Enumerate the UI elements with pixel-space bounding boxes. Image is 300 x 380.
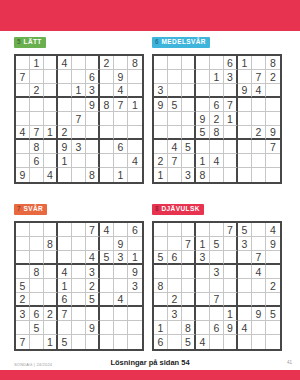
sudoku-cell — [238, 168, 252, 182]
sudoku-grid-djavulsk: 754715395637348227319518694654 — [152, 221, 282, 351]
sudoku-cell — [128, 70, 142, 84]
sudoku-cell: 4 — [44, 168, 58, 182]
sudoku-cell: 2 — [30, 84, 44, 98]
sudoku-cell — [266, 168, 280, 182]
sudoku-cell — [168, 279, 182, 293]
sudoku-cell — [252, 154, 266, 168]
sudoku-cell: 1 — [72, 84, 86, 98]
sudoku-cell — [196, 307, 210, 321]
sudoku-cell: 7 — [58, 307, 72, 321]
sudoku-cell — [154, 56, 168, 70]
sudoku-cell — [168, 84, 182, 98]
sudoku-cell — [44, 223, 58, 237]
sudoku-cell: 7 — [224, 223, 238, 237]
sudoku-cell — [154, 307, 168, 321]
badge-latt: 5 LÄTT — [14, 37, 46, 48]
sudoku-cell: 7 — [16, 335, 30, 349]
badge-svar: 7 SVÅR — [14, 204, 47, 215]
sudoku-cell — [266, 112, 280, 126]
sudoku-cell — [72, 293, 86, 307]
sudoku-cell: 8 — [30, 140, 44, 154]
sudoku-cell — [182, 251, 196, 265]
badge-latt-label: LÄTT — [24, 39, 42, 46]
sudoku-cell: 1 — [210, 70, 224, 84]
sudoku-cell — [252, 223, 266, 237]
sudoku-cell — [128, 168, 142, 182]
sudoku-cell — [58, 84, 72, 98]
sudoku-cell — [266, 154, 280, 168]
sudoku-cell: 5 — [100, 251, 114, 265]
sudoku-cell — [224, 154, 238, 168]
badge-svar-number: 7 — [17, 206, 21, 213]
sudoku-cell — [72, 237, 86, 251]
sudoku-cell — [72, 154, 86, 168]
sudoku-cell — [252, 168, 266, 182]
sudoku-cell: 9 — [252, 307, 266, 321]
sudoku-cell — [114, 321, 128, 335]
sudoku-cell: 2 — [16, 293, 30, 307]
sudoku-cell — [252, 140, 266, 154]
sudoku-cell — [30, 279, 44, 293]
sudoku-cell — [100, 279, 114, 293]
sudoku-cell: 1 — [224, 307, 238, 321]
sudoku-cell — [252, 335, 266, 349]
sudoku-cell: 6 — [154, 335, 168, 349]
sudoku-cell: 7 — [252, 70, 266, 84]
sudoku-cell — [196, 279, 210, 293]
sudoku-cell — [16, 265, 30, 279]
sudoku-cell — [238, 112, 252, 126]
sudoku-cell: 4 — [58, 265, 72, 279]
sudoku-cell — [266, 293, 280, 307]
sudoku-cell — [100, 126, 114, 140]
sudoku-cell — [182, 307, 196, 321]
sudoku-cell — [128, 293, 142, 307]
sudoku-cell — [72, 168, 86, 182]
sudoku-cell — [154, 70, 168, 84]
sudoku-cell: 7 — [182, 237, 196, 251]
sudoku-cell — [16, 321, 30, 335]
sudoku-cell — [196, 321, 210, 335]
sudoku-cell — [182, 56, 196, 70]
sudoku-cell: 4 — [238, 321, 252, 335]
sudoku-cell — [210, 56, 224, 70]
sudoku-cell — [238, 251, 252, 265]
sudoku-cell: 2 — [86, 279, 100, 293]
sudoku-cell: 9 — [58, 140, 72, 154]
sudoku-cell: 3 — [86, 84, 100, 98]
sudoku-cell — [44, 56, 58, 70]
sudoku-cell — [168, 112, 182, 126]
sudoku-cell — [154, 112, 168, 126]
sudoku-cell — [114, 223, 128, 237]
sudoku-cell: 7 — [16, 70, 30, 84]
sudoku-cell — [86, 307, 100, 321]
sudoku-cell — [72, 335, 86, 349]
top-red-bar — [0, 0, 300, 31]
sudoku-cell: 7 — [114, 98, 128, 112]
sudoku-cell — [72, 70, 86, 84]
sudoku-cell — [72, 126, 86, 140]
sudoku-cell — [196, 56, 210, 70]
sudoku-cell: 5 — [182, 335, 196, 349]
sudoku-cell — [210, 279, 224, 293]
sudoku-cell — [44, 321, 58, 335]
sudoku-cell — [266, 98, 280, 112]
sudoku-cell — [182, 126, 196, 140]
sudoku-cell: 9 — [86, 98, 100, 112]
sudoku-cell: 5 — [58, 335, 72, 349]
badge-svar-label: SVÅR — [24, 206, 44, 213]
sudoku-cell: 8 — [128, 56, 142, 70]
sudoku-cell — [30, 237, 44, 251]
sudoku-cell: 5 — [16, 279, 30, 293]
sudoku-cell — [114, 279, 128, 293]
sudoku-cell: 7 — [168, 154, 182, 168]
sudoku-cell — [168, 237, 182, 251]
sudoku-cell — [154, 293, 168, 307]
sudoku-cell: 7 — [72, 112, 86, 126]
sudoku-cell: 5 — [182, 140, 196, 154]
sudoku-cell: 7 — [252, 251, 266, 265]
sudoku-cell: 4 — [114, 84, 128, 98]
sudoku-cell: 5 — [266, 307, 280, 321]
sudoku-cell — [16, 98, 30, 112]
sudoku-cell — [100, 154, 114, 168]
sudoku-cell — [114, 112, 128, 126]
sudoku-cell: 7 — [86, 223, 100, 237]
sudoku-cell: 3 — [224, 70, 238, 84]
sudoku-cell — [16, 112, 30, 126]
sudoku-cell — [86, 140, 100, 154]
sudoku-cell: 6 — [30, 307, 44, 321]
sudoku-cell — [210, 251, 224, 265]
sudoku-cell — [182, 84, 196, 98]
sudoku-cell: 1 — [44, 126, 58, 140]
sudoku-cell: 3 — [168, 307, 182, 321]
sudoku-cell — [168, 126, 182, 140]
sudoku-cell — [114, 335, 128, 349]
sudoku-cell — [238, 70, 252, 84]
sudoku-cell — [224, 237, 238, 251]
sudoku-cell: 7 — [210, 293, 224, 307]
sudoku-cell: 2 — [100, 56, 114, 70]
sudoku-cell — [238, 126, 252, 140]
sudoku-cell — [44, 265, 58, 279]
sudoku-cell — [44, 112, 58, 126]
sudoku-cell: 3 — [182, 168, 196, 182]
sudoku-cell — [44, 154, 58, 168]
sudoku-cell: 6 — [114, 140, 128, 154]
footer-solutions-text: Lösningar på sidan 54 — [0, 358, 300, 367]
sudoku-cell: 4 — [100, 223, 114, 237]
sudoku-cell — [154, 237, 168, 251]
badge-medelsvar-label: MEDELSVÅR — [162, 39, 206, 46]
sudoku-cell: 9 — [224, 321, 238, 335]
sudoku-cell: 4 — [86, 251, 100, 265]
sudoku-cell: 2 — [266, 70, 280, 84]
sudoku-cell — [44, 251, 58, 265]
sudoku-cell: 1 — [224, 112, 238, 126]
sudoku-cell: 1 — [128, 98, 142, 112]
sudoku-cell: 5 — [238, 223, 252, 237]
sudoku-cell — [224, 335, 238, 349]
sudoku-cell — [100, 265, 114, 279]
sudoku-cell: 3 — [16, 307, 30, 321]
sudoku-cell — [100, 307, 114, 321]
sudoku-cell — [154, 126, 168, 140]
sudoku-cell — [86, 237, 100, 251]
sudoku-cell: 8 — [196, 168, 210, 182]
sudoku-cell — [168, 70, 182, 84]
sudoku-cell: 4 — [196, 335, 210, 349]
sudoku-cell — [128, 112, 142, 126]
sudoku-cell — [196, 140, 210, 154]
badge-djavulsk-number: 8 — [155, 206, 159, 213]
sudoku-cell — [266, 251, 280, 265]
sudoku-cell — [224, 251, 238, 265]
sudoku-cell: 3 — [196, 251, 210, 265]
sudoku-cell: 2 — [58, 126, 72, 140]
sudoku-cell: 9 — [114, 70, 128, 84]
sudoku-cell — [238, 98, 252, 112]
sudoku-cell — [58, 223, 72, 237]
sudoku-cell — [128, 140, 142, 154]
sudoku-cell — [44, 279, 58, 293]
sudoku-cell — [238, 154, 252, 168]
sudoku-cell: 8 — [210, 126, 224, 140]
sudoku-cell — [100, 168, 114, 182]
sudoku-cell: 8 — [266, 56, 280, 70]
sudoku-cell — [238, 335, 252, 349]
sudoku-cell — [224, 168, 238, 182]
sudoku-cell: 6 — [30, 154, 44, 168]
sudoku-cell — [224, 265, 238, 279]
sudoku-cell — [16, 140, 30, 154]
sudoku-cell: 3 — [114, 251, 128, 265]
sudoku-cell: 1 — [154, 321, 168, 335]
sudoku-cell — [30, 112, 44, 126]
sudoku-cell: 7 — [224, 98, 238, 112]
sudoku-cell — [128, 126, 142, 140]
sudoku-cell — [182, 265, 196, 279]
sudoku-cell — [210, 84, 224, 98]
sudoku-cell: 3 — [238, 237, 252, 251]
sudoku-cell: 6 — [128, 223, 142, 237]
sudoku-cell: 1 — [238, 56, 252, 70]
sudoku-cell — [114, 126, 128, 140]
sudoku-cell — [154, 223, 168, 237]
sudoku-cell: 6 — [224, 56, 238, 70]
sudoku-cell — [266, 335, 280, 349]
sudoku-cell — [128, 321, 142, 335]
sudoku-cell — [58, 321, 72, 335]
sudoku-cell — [128, 307, 142, 321]
sudoku-cell — [252, 237, 266, 251]
sudoku-cell: 1 — [154, 168, 168, 182]
sudoku-cell — [168, 168, 182, 182]
badge-latt-number: 5 — [17, 39, 21, 46]
badge-medelsvar-number: 6 — [155, 39, 159, 46]
sudoku-cell — [72, 251, 86, 265]
badge-djavulsk: 8 DJÄVULSK — [152, 204, 204, 215]
sudoku-cell: 5 — [30, 321, 44, 335]
bottom-red-bar — [0, 370, 300, 380]
sudoku-cell: 3 — [154, 84, 168, 98]
sudoku-cell: 5 — [154, 251, 168, 265]
sudoku-cell — [100, 84, 114, 98]
sudoku-cell: 9 — [154, 98, 168, 112]
sudoku-cell — [58, 70, 72, 84]
sudoku-cell — [72, 265, 86, 279]
sudoku-cell — [44, 70, 58, 84]
sudoku-cell: 2 — [252, 126, 266, 140]
sudoku-cell — [30, 251, 44, 265]
sudoku-cell — [182, 112, 196, 126]
sudoku-cell — [196, 265, 210, 279]
sudoku-cell — [72, 307, 86, 321]
sudoku-cell: 5 — [196, 126, 210, 140]
sudoku-cell: 7 — [266, 140, 280, 154]
sudoku-cell — [154, 265, 168, 279]
sudoku-cell — [44, 140, 58, 154]
sudoku-cell — [210, 140, 224, 154]
sudoku-cell — [252, 56, 266, 70]
sudoku-cell: 4 — [210, 154, 224, 168]
sudoku-cell: 8 — [154, 279, 168, 293]
sudoku-cell — [86, 112, 100, 126]
sudoku-cell: 1 — [44, 335, 58, 349]
sudoku-cell — [266, 265, 280, 279]
sudoku-cell: 1 — [114, 168, 128, 182]
sudoku-cell: 9 — [196, 112, 210, 126]
sudoku-cell: 2 — [266, 279, 280, 293]
badge-medelsvar: 6 MEDELSVÅR — [152, 37, 210, 48]
sudoku-cell: 8 — [30, 265, 44, 279]
sudoku-cell — [210, 335, 224, 349]
sudoku-cell: 8 — [44, 237, 58, 251]
sudoku-cell — [196, 293, 210, 307]
sudoku-cell: 2 — [168, 293, 182, 307]
sudoku-cell — [58, 168, 72, 182]
sudoku-cell — [252, 321, 266, 335]
sudoku-cell: 5 — [86, 293, 100, 307]
sudoku-cell — [266, 84, 280, 98]
sudoku-cell — [128, 237, 142, 251]
sudoku-cell — [210, 223, 224, 237]
sudoku-cell — [196, 223, 210, 237]
sudoku-cell — [72, 279, 86, 293]
sudoku-cell — [224, 279, 238, 293]
sudoku-cell — [224, 84, 238, 98]
sudoku-cell — [16, 251, 30, 265]
sudoku-cell — [238, 140, 252, 154]
sudoku-cell: 6 — [58, 293, 72, 307]
sudoku-cell: 9 — [128, 265, 142, 279]
sudoku-cell — [196, 98, 210, 112]
sudoku-cell: 4 — [114, 293, 128, 307]
sudoku-cell: 1 — [58, 279, 72, 293]
sudoku-cell — [252, 112, 266, 126]
sudoku-cell — [196, 84, 210, 98]
sudoku-cell — [58, 98, 72, 112]
sudoku-cell — [114, 56, 128, 70]
sudoku-cell: 6 — [210, 98, 224, 112]
sudoku-cell: 8 — [100, 98, 114, 112]
sudoku-cell: 6 — [168, 251, 182, 265]
sudoku-cell — [86, 154, 100, 168]
sudoku-cell — [16, 154, 30, 168]
sudoku-cell: 7 — [30, 126, 44, 140]
sudoku-cell — [128, 335, 142, 349]
sudoku-cell — [128, 84, 142, 98]
sudoku-cell: 6 — [210, 321, 224, 335]
sudoku-cell — [58, 251, 72, 265]
sudoku-cell — [100, 140, 114, 154]
sudoku-cell — [252, 293, 266, 307]
sudoku-cell: 4 — [252, 84, 266, 98]
sudoku-cell — [224, 140, 238, 154]
sudoku-cell — [30, 293, 44, 307]
sudoku-cell — [114, 154, 128, 168]
sudoku-cell — [196, 70, 210, 84]
sudoku-cell — [100, 237, 114, 251]
sudoku-cell: 2 — [44, 307, 58, 321]
sudoku-cell: 9 — [238, 84, 252, 98]
sudoku-cell — [238, 279, 252, 293]
sudoku-cell — [182, 154, 196, 168]
sudoku-cell — [168, 321, 182, 335]
sudoku-cell: 2 — [210, 112, 224, 126]
sudoku-cell — [238, 307, 252, 321]
sudoku-cell: 3 — [128, 279, 142, 293]
sudoku-cell: 9 — [266, 126, 280, 140]
sudoku-cell: 9 — [16, 168, 30, 182]
sudoku-cell — [168, 56, 182, 70]
sudoku-cell — [86, 126, 100, 140]
sudoku-cell: 1 — [196, 237, 210, 251]
sudoku-cell — [16, 56, 30, 70]
sudoku-grid-medelsvar: 6181372394956792158294572714138 — [152, 54, 282, 184]
sudoku-cell — [210, 168, 224, 182]
sudoku-cell — [44, 84, 58, 98]
sudoku-cell: 9 — [86, 321, 100, 335]
footer-page-number: 41 — [287, 360, 292, 365]
sudoku-cell — [100, 335, 114, 349]
sudoku-cell — [182, 279, 196, 293]
sudoku-cell: 1 — [196, 154, 210, 168]
badge-djavulsk-label: DJÄVULSK — [162, 206, 200, 213]
sudoku-cell — [168, 335, 182, 349]
sudoku-cell: 5 — [168, 98, 182, 112]
sudoku-cell: 1 — [58, 154, 72, 168]
sudoku-cell — [168, 265, 182, 279]
sudoku-cell — [224, 293, 238, 307]
sudoku-cell — [114, 265, 128, 279]
sudoku-cell: 2 — [154, 154, 168, 168]
sudoku-cell: 5 — [210, 237, 224, 251]
sudoku-cell — [238, 265, 252, 279]
sudoku-cell — [100, 321, 114, 335]
sudoku-cell — [30, 70, 44, 84]
sudoku-cell — [238, 293, 252, 307]
sudoku-cell — [100, 293, 114, 307]
sudoku-cell — [44, 293, 58, 307]
sudoku-cell: 3 — [86, 265, 100, 279]
sudoku-cell — [114, 307, 128, 321]
sudoku-cell: 4 — [16, 126, 30, 140]
sudoku-cell — [252, 98, 266, 112]
